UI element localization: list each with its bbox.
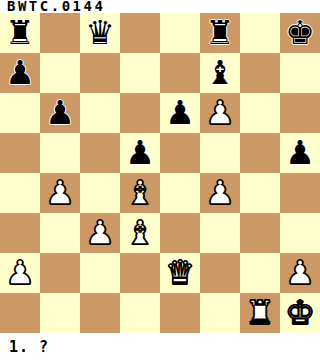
square-f6[interactable]: ♟ [200, 93, 240, 133]
square-a2[interactable]: ♟ [0, 253, 40, 293]
square-f2[interactable] [200, 253, 240, 293]
square-b3[interactable] [40, 213, 80, 253]
square-h5[interactable]: ♟ [280, 133, 320, 173]
square-c6[interactable] [80, 93, 120, 133]
piece-white-pawn: ♟ [205, 173, 235, 213]
square-b4[interactable]: ♟ [40, 173, 80, 213]
move-prompt: 1. ? [0, 333, 320, 360]
square-e4[interactable] [160, 173, 200, 213]
chess-puzzle-view: BWTC.0144 ♜♛♜♚♟♝♟♟♟♟♟♟♝♟♟♝♟♛♟♜♚ 1. ? [0, 0, 320, 360]
square-g8[interactable] [240, 13, 280, 53]
square-g2[interactable] [240, 253, 280, 293]
square-a7[interactable]: ♟ [0, 53, 40, 93]
chess-board: ♜♛♜♚♟♝♟♟♟♟♟♟♝♟♟♝♟♛♟♜♚ [0, 13, 320, 333]
square-h4[interactable] [280, 173, 320, 213]
square-d5[interactable]: ♟ [120, 133, 160, 173]
square-b1[interactable] [40, 293, 80, 333]
square-b5[interactable] [40, 133, 80, 173]
square-a8[interactable]: ♜ [0, 13, 40, 53]
piece-black-pawn: ♟ [285, 133, 315, 173]
square-g1[interactable]: ♜ [240, 293, 280, 333]
piece-black-rook: ♜ [205, 13, 235, 53]
square-c8[interactable]: ♛ [80, 13, 120, 53]
square-c1[interactable] [80, 293, 120, 333]
square-b6[interactable]: ♟ [40, 93, 80, 133]
piece-black-bishop: ♝ [205, 53, 235, 93]
square-a4[interactable] [0, 173, 40, 213]
square-a6[interactable] [0, 93, 40, 133]
piece-white-bishop: ♝ [125, 213, 155, 253]
piece-white-pawn: ♟ [85, 213, 115, 253]
square-a3[interactable] [0, 213, 40, 253]
piece-white-pawn: ♟ [205, 93, 235, 133]
square-h3[interactable] [280, 213, 320, 253]
square-f7[interactable]: ♝ [200, 53, 240, 93]
puzzle-id: BWTC.0144 [0, 0, 320, 13]
square-c3[interactable]: ♟ [80, 213, 120, 253]
piece-black-pawn: ♟ [165, 93, 195, 133]
square-h8[interactable]: ♚ [280, 13, 320, 53]
square-d4[interactable]: ♝ [120, 173, 160, 213]
square-e6[interactable]: ♟ [160, 93, 200, 133]
piece-white-queen: ♛ [165, 253, 195, 293]
square-e1[interactable] [160, 293, 200, 333]
square-h7[interactable] [280, 53, 320, 93]
square-e7[interactable] [160, 53, 200, 93]
piece-white-pawn: ♟ [5, 253, 35, 293]
piece-black-king: ♚ [285, 13, 315, 53]
square-c5[interactable] [80, 133, 120, 173]
square-e8[interactable] [160, 13, 200, 53]
piece-white-king: ♚ [285, 293, 315, 333]
square-d6[interactable] [120, 93, 160, 133]
square-h1[interactable]: ♚ [280, 293, 320, 333]
square-f5[interactable] [200, 133, 240, 173]
piece-black-queen: ♛ [85, 13, 115, 53]
square-a5[interactable] [0, 133, 40, 173]
square-d2[interactable] [120, 253, 160, 293]
square-e3[interactable] [160, 213, 200, 253]
square-f1[interactable] [200, 293, 240, 333]
square-g6[interactable] [240, 93, 280, 133]
square-f3[interactable] [200, 213, 240, 253]
square-d8[interactable] [120, 13, 160, 53]
square-c2[interactable] [80, 253, 120, 293]
piece-black-pawn: ♟ [5, 53, 35, 93]
square-d7[interactable] [120, 53, 160, 93]
square-e5[interactable] [160, 133, 200, 173]
piece-white-rook: ♜ [245, 293, 275, 333]
square-c7[interactable] [80, 53, 120, 93]
piece-white-bishop: ♝ [125, 173, 155, 213]
piece-white-pawn: ♟ [45, 173, 75, 213]
square-g4[interactable] [240, 173, 280, 213]
square-e2[interactable]: ♛ [160, 253, 200, 293]
square-c4[interactable] [80, 173, 120, 213]
piece-black-rook: ♜ [5, 13, 35, 53]
piece-black-pawn: ♟ [45, 93, 75, 133]
square-g5[interactable] [240, 133, 280, 173]
square-d3[interactable]: ♝ [120, 213, 160, 253]
square-g7[interactable] [240, 53, 280, 93]
piece-black-pawn: ♟ [125, 133, 155, 173]
square-d1[interactable] [120, 293, 160, 333]
square-a1[interactable] [0, 293, 40, 333]
square-b8[interactable] [40, 13, 80, 53]
square-b2[interactable] [40, 253, 80, 293]
square-g3[interactable] [240, 213, 280, 253]
square-f8[interactable]: ♜ [200, 13, 240, 53]
square-h6[interactable] [280, 93, 320, 133]
piece-white-pawn: ♟ [285, 253, 315, 293]
square-f4[interactable]: ♟ [200, 173, 240, 213]
square-h2[interactable]: ♟ [280, 253, 320, 293]
square-b7[interactable] [40, 53, 80, 93]
